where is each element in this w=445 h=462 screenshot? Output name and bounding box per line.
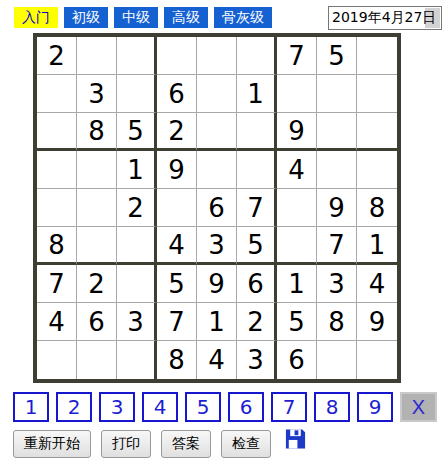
control-bar: 重新开始 打印 答案 检查	[13, 430, 307, 458]
cell-r6c6[interactable]: 5	[237, 227, 277, 265]
cell-r3c2[interactable]: 8	[77, 113, 117, 151]
cell-r1c8[interactable]: 5	[317, 37, 357, 75]
number-pad: 123456789	[13, 392, 393, 422]
cell-r8c5[interactable]: 1	[197, 303, 237, 341]
cell-r6c3[interactable]	[117, 227, 157, 265]
numpad-7[interactable]: 7	[271, 392, 307, 422]
cell-r4c1[interactable]	[37, 151, 77, 189]
date-input[interactable]: 2019年4月27日	[328, 6, 442, 30]
cell-r3c5[interactable]	[197, 113, 237, 151]
cell-r2c5[interactable]	[197, 75, 237, 113]
cell-r7c2[interactable]: 2	[77, 265, 117, 303]
cell-r9c5[interactable]: 4	[197, 341, 237, 379]
cell-r4c4[interactable]: 9	[157, 151, 197, 189]
cell-r9c7[interactable]: 6	[277, 341, 317, 379]
cell-r2c2[interactable]: 3	[77, 75, 117, 113]
tab-expert[interactable]: 骨灰级	[214, 7, 272, 28]
cell-r2c8[interactable]	[317, 75, 357, 113]
date-value: 2019年4月27日	[332, 9, 436, 25]
cell-r3c4[interactable]: 2	[157, 113, 197, 151]
difficulty-tabs: 入门 初级 中级 高级 骨灰级	[14, 7, 272, 28]
numpad-3[interactable]: 3	[99, 392, 135, 422]
cell-r8c7[interactable]: 5	[277, 303, 317, 341]
numpad-5[interactable]: 5	[185, 392, 221, 422]
cell-r5c1[interactable]	[37, 189, 77, 227]
cell-r8c3[interactable]: 3	[117, 303, 157, 341]
cell-r8c8[interactable]: 8	[317, 303, 357, 341]
cell-r6c2[interactable]	[77, 227, 117, 265]
cell-r5c7[interactable]	[277, 189, 317, 227]
cell-r2c1[interactable]	[37, 75, 77, 113]
numpad-2[interactable]: 2	[56, 392, 92, 422]
save-button[interactable]	[284, 427, 307, 454]
cell-r4c7[interactable]: 4	[277, 151, 317, 189]
cell-r5c5[interactable]: 6	[197, 189, 237, 227]
cell-r3c1[interactable]	[37, 113, 77, 151]
cell-r5c3[interactable]: 2	[117, 189, 157, 227]
clear-button[interactable]: X	[400, 392, 437, 422]
cell-r4c9[interactable]	[357, 151, 397, 189]
cell-r7c5[interactable]: 9	[197, 265, 237, 303]
cell-r1c7[interactable]: 7	[277, 37, 317, 75]
cell-r9c4[interactable]: 8	[157, 341, 197, 379]
cell-r7c9[interactable]: 4	[357, 265, 397, 303]
tab-advanced[interactable]: 高级	[164, 7, 208, 28]
cell-r2c9[interactable]	[357, 75, 397, 113]
cell-r3c6[interactable]	[237, 113, 277, 151]
cell-r5c8[interactable]: 9	[317, 189, 357, 227]
cell-r8c2[interactable]: 6	[77, 303, 117, 341]
tab-beginner[interactable]: 入门	[14, 7, 58, 28]
floppy-disk-icon	[284, 439, 307, 454]
cell-r6c7[interactable]	[277, 227, 317, 265]
cell-r8c1[interactable]: 4	[37, 303, 77, 341]
cell-r4c8[interactable]	[317, 151, 357, 189]
cell-r6c8[interactable]: 7	[317, 227, 357, 265]
cell-r1c1[interactable]: 2	[37, 37, 77, 75]
cell-r3c8[interactable]	[317, 113, 357, 151]
cell-r6c9[interactable]: 1	[357, 227, 397, 265]
cell-r3c3[interactable]: 5	[117, 113, 157, 151]
answer-button[interactable]: 答案	[161, 430, 211, 458]
numpad-4[interactable]: 4	[142, 392, 178, 422]
cell-r7c8[interactable]: 3	[317, 265, 357, 303]
cell-r1c5[interactable]	[197, 37, 237, 75]
cell-r3c7[interactable]: 9	[277, 113, 317, 151]
cell-r5c6[interactable]: 7	[237, 189, 277, 227]
numpad-9[interactable]: 9	[357, 392, 393, 422]
number-pad-row: 123456789 X	[13, 392, 437, 422]
cell-r1c4[interactable]	[157, 37, 197, 75]
cell-r5c9[interactable]: 8	[357, 189, 397, 227]
cell-r2c7[interactable]	[277, 75, 317, 113]
cell-r2c6[interactable]: 1	[237, 75, 277, 113]
check-button[interactable]: 检查	[221, 430, 271, 458]
cell-r9c9[interactable]	[357, 341, 397, 379]
cell-r1c2[interactable]	[77, 37, 117, 75]
cell-r8c4[interactable]: 7	[157, 303, 197, 341]
cell-r9c8[interactable]	[317, 341, 357, 379]
print-button[interactable]: 打印	[101, 430, 151, 458]
numpad-8[interactable]: 8	[314, 392, 350, 422]
cell-r7c6[interactable]: 6	[237, 265, 277, 303]
cell-r4c5[interactable]	[197, 151, 237, 189]
cell-r1c3[interactable]	[117, 37, 157, 75]
cell-r8c9[interactable]: 9	[357, 303, 397, 341]
restart-button[interactable]: 重新开始	[13, 430, 91, 458]
cell-r4c2[interactable]	[77, 151, 117, 189]
cell-r6c1[interactable]: 8	[37, 227, 77, 265]
numpad-6[interactable]: 6	[228, 392, 264, 422]
cell-r1c6[interactable]	[237, 37, 277, 75]
cell-r4c3[interactable]: 1	[117, 151, 157, 189]
cell-r4c6[interactable]	[237, 151, 277, 189]
cell-r5c2[interactable]	[77, 189, 117, 227]
cell-r2c4[interactable]: 6	[157, 75, 197, 113]
cell-r1c9[interactable]	[357, 37, 397, 75]
cell-r6c5[interactable]: 3	[197, 227, 237, 265]
cell-r2c3[interactable]	[117, 75, 157, 113]
numpad-1[interactable]: 1	[13, 392, 49, 422]
cell-r9c6[interactable]: 3	[237, 341, 277, 379]
cell-r7c4[interactable]: 5	[157, 265, 197, 303]
cell-r7c7[interactable]: 1	[277, 265, 317, 303]
cell-r9c2[interactable]	[77, 341, 117, 379]
sudoku-board: 2753618529194267988435717259613446371258…	[33, 33, 401, 383]
cell-r3c9[interactable]	[357, 113, 397, 151]
tab-intermediate[interactable]: 中级	[114, 7, 158, 28]
cell-r8c6[interactable]: 2	[237, 303, 277, 341]
cell-r6c4[interactable]: 4	[157, 227, 197, 265]
cell-r9c1[interactable]	[37, 341, 77, 379]
cell-r9c3[interactable]	[117, 341, 157, 379]
cell-r5c4[interactable]	[157, 189, 197, 227]
cell-r7c1[interactable]: 7	[37, 265, 77, 303]
cell-r7c3[interactable]	[117, 265, 157, 303]
tab-elementary[interactable]: 初级	[64, 7, 108, 28]
